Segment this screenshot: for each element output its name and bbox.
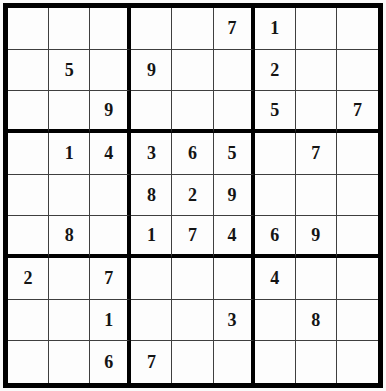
sudoku-cell-r2c7[interactable]: 2 <box>255 50 296 92</box>
sudoku-cell-r1c1[interactable] <box>8 8 49 50</box>
sudoku-cell-r5c9[interactable] <box>337 175 378 217</box>
sudoku-cell-r9c1[interactable] <box>8 341 49 383</box>
sudoku-cell-r4c4[interactable]: 3 <box>131 133 172 175</box>
sudoku-cell-r7c7[interactable]: 4 <box>255 258 296 300</box>
sudoku-cell-r1c2[interactable] <box>49 8 90 50</box>
sudoku-cell-r7c3[interactable]: 7 <box>90 258 131 300</box>
sudoku-cell-r9c8[interactable] <box>296 341 337 383</box>
sudoku-cell-r9c4[interactable]: 7 <box>131 341 172 383</box>
sudoku-cell-r8c3[interactable]: 1 <box>90 300 131 342</box>
sudoku-cell-r6c2[interactable]: 8 <box>49 216 90 258</box>
sudoku-cell-r7c4[interactable] <box>131 258 172 300</box>
sudoku-cell-r7c6[interactable] <box>214 258 255 300</box>
sudoku-cell-r6c8[interactable]: 9 <box>296 216 337 258</box>
sudoku-cell-r4c9[interactable] <box>337 133 378 175</box>
sudoku-cell-r2c3[interactable] <box>90 50 131 92</box>
sudoku-cell-r1c8[interactable] <box>296 8 337 50</box>
sudoku-cell-r3c3[interactable]: 9 <box>90 91 131 133</box>
sudoku-cell-r9c5[interactable] <box>172 341 213 383</box>
sudoku-cell-r9c6[interactable] <box>214 341 255 383</box>
sudoku-cell-r5c1[interactable] <box>8 175 49 217</box>
sudoku-cell-r1c6[interactable]: 7 <box>214 8 255 50</box>
sudoku-cell-r1c7[interactable]: 1 <box>255 8 296 50</box>
sudoku-cell-r6c9[interactable] <box>337 216 378 258</box>
sudoku-cell-r3c1[interactable] <box>8 91 49 133</box>
sudoku-cell-r2c4[interactable]: 9 <box>131 50 172 92</box>
sudoku-cell-r4c6[interactable]: 5 <box>214 133 255 175</box>
sudoku-cell-r4c8[interactable]: 7 <box>296 133 337 175</box>
sudoku-cell-r7c1[interactable]: 2 <box>8 258 49 300</box>
sudoku-cell-r2c6[interactable] <box>214 50 255 92</box>
sudoku-cell-r7c2[interactable] <box>49 258 90 300</box>
sudoku-cell-r2c5[interactable] <box>172 50 213 92</box>
sudoku-cell-r1c3[interactable] <box>90 8 131 50</box>
sudoku-cell-r6c5[interactable]: 7 <box>172 216 213 258</box>
sudoku-cell-r9c9[interactable] <box>337 341 378 383</box>
sudoku-cell-r3c7[interactable]: 5 <box>255 91 296 133</box>
sudoku-cell-r9c3[interactable]: 6 <box>90 341 131 383</box>
sudoku-cell-r8c7[interactable] <box>255 300 296 342</box>
sudoku-cell-r4c2[interactable]: 1 <box>49 133 90 175</box>
sudoku-cell-r7c9[interactable] <box>337 258 378 300</box>
sudoku-cell-r8c6[interactable]: 3 <box>214 300 255 342</box>
sudoku-cell-r6c1[interactable] <box>8 216 49 258</box>
sudoku-cell-r9c7[interactable] <box>255 341 296 383</box>
sudoku-cell-r2c1[interactable] <box>8 50 49 92</box>
sudoku-cell-r8c8[interactable]: 8 <box>296 300 337 342</box>
sudoku-cell-r7c8[interactable] <box>296 258 337 300</box>
sudoku-cell-r6c3[interactable] <box>90 216 131 258</box>
sudoku-cell-r8c2[interactable] <box>49 300 90 342</box>
sudoku-cell-r7c5[interactable] <box>172 258 213 300</box>
sudoku-cell-r1c5[interactable] <box>172 8 213 50</box>
sudoku-cell-r6c6[interactable]: 4 <box>214 216 255 258</box>
sudoku-cell-r1c4[interactable] <box>131 8 172 50</box>
sudoku-cell-r8c9[interactable] <box>337 300 378 342</box>
sudoku-cell-r3c9[interactable]: 7 <box>337 91 378 133</box>
sudoku-cell-r5c8[interactable] <box>296 175 337 217</box>
sudoku-cell-r5c3[interactable] <box>90 175 131 217</box>
sudoku-cell-r1c9[interactable] <box>337 8 378 50</box>
sudoku-cell-r5c6[interactable]: 9 <box>214 175 255 217</box>
sudoku-cell-r2c2[interactable]: 5 <box>49 50 90 92</box>
sudoku-page: 7159295714365782981746927413867 <box>0 0 386 391</box>
sudoku-cell-r3c6[interactable] <box>214 91 255 133</box>
sudoku-cell-r4c5[interactable]: 6 <box>172 133 213 175</box>
sudoku-cell-r6c7[interactable]: 6 <box>255 216 296 258</box>
sudoku-cell-r2c9[interactable] <box>337 50 378 92</box>
sudoku-cell-r6c4[interactable]: 1 <box>131 216 172 258</box>
sudoku-cell-r4c7[interactable] <box>255 133 296 175</box>
sudoku-cell-r3c5[interactable] <box>172 91 213 133</box>
sudoku-cell-r3c4[interactable] <box>131 91 172 133</box>
sudoku-cell-r8c4[interactable] <box>131 300 172 342</box>
sudoku-cell-r5c5[interactable]: 2 <box>172 175 213 217</box>
sudoku-cell-r9c2[interactable] <box>49 341 90 383</box>
sudoku-cell-r5c7[interactable] <box>255 175 296 217</box>
sudoku-cell-r3c8[interactable] <box>296 91 337 133</box>
sudoku-cell-r4c3[interactable]: 4 <box>90 133 131 175</box>
sudoku-board: 7159295714365782981746927413867 <box>3 3 383 388</box>
sudoku-cell-r8c1[interactable] <box>8 300 49 342</box>
sudoku-cell-r5c2[interactable] <box>49 175 90 217</box>
sudoku-cell-r3c2[interactable] <box>49 91 90 133</box>
sudoku-cell-r4c1[interactable] <box>8 133 49 175</box>
sudoku-cell-r5c4[interactable]: 8 <box>131 175 172 217</box>
sudoku-cell-r2c8[interactable] <box>296 50 337 92</box>
sudoku-cell-r8c5[interactable] <box>172 300 213 342</box>
